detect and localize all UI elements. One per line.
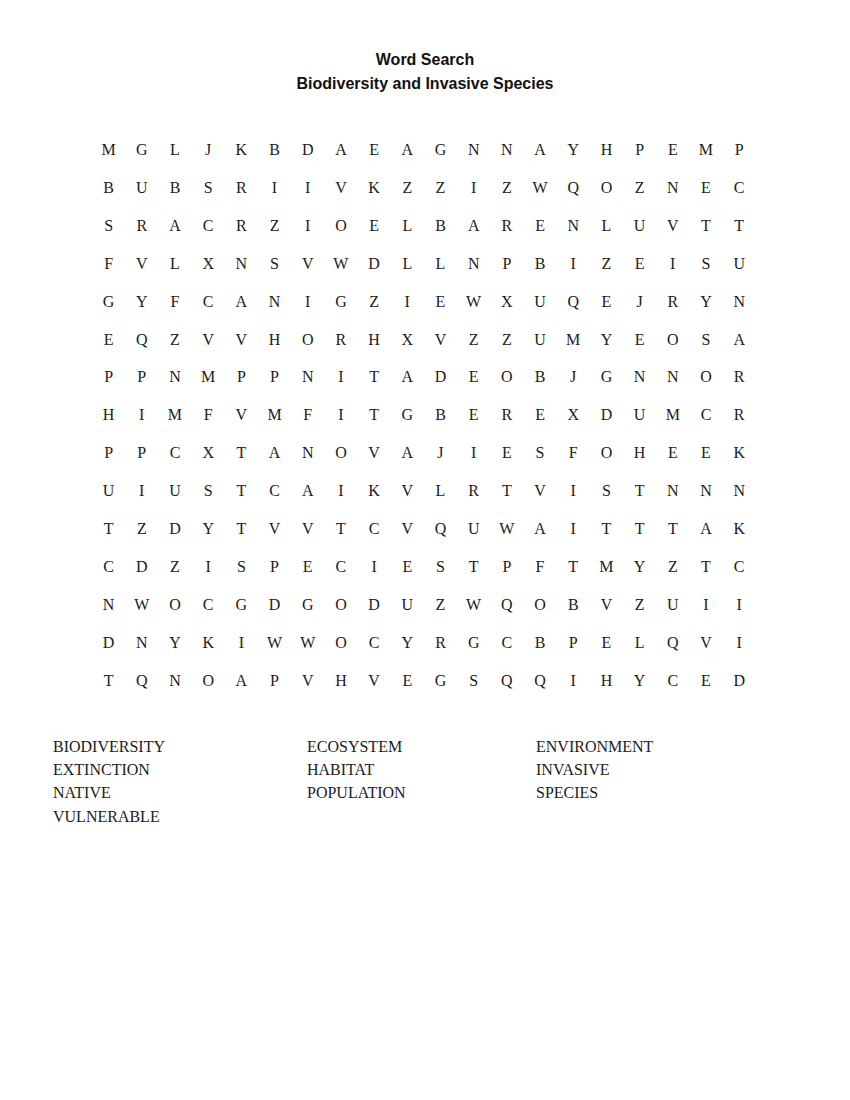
grid-cell-r9c10[interactable]: A bbox=[391, 434, 424, 472]
grid-cell-r6c4[interactable]: V bbox=[192, 321, 225, 359]
grid-cell-r10c2[interactable]: I bbox=[125, 472, 158, 510]
grid-cell-r5c6[interactable]: N bbox=[258, 283, 291, 321]
grid-cell-r3c6[interactable]: Z bbox=[258, 207, 291, 245]
grid-cell-r9c4[interactable]: X bbox=[192, 434, 225, 472]
grid-cell-r5c14[interactable]: U bbox=[523, 283, 556, 321]
grid-cell-r12c3[interactable]: Z bbox=[158, 548, 191, 586]
grid-cell-r8c15[interactable]: X bbox=[557, 396, 590, 434]
grid-cell-r7c9[interactable]: T bbox=[358, 359, 391, 397]
grid-cell-r3c4[interactable]: C bbox=[192, 207, 225, 245]
grid-cell-r5c9[interactable]: Z bbox=[358, 283, 391, 321]
grid-cell-r14c3[interactable]: Y bbox=[158, 624, 191, 662]
grid-cell-r14c12[interactable]: G bbox=[457, 624, 490, 662]
grid-cell-r7c16[interactable]: G bbox=[590, 359, 623, 397]
grid-cell-r15c10[interactable]: E bbox=[391, 662, 424, 700]
grid-cell-r7c20[interactable]: R bbox=[723, 359, 756, 397]
grid-cell-r11c13[interactable]: W bbox=[490, 510, 523, 548]
grid-cell-r10c12[interactable]: R bbox=[457, 472, 490, 510]
grid-cell-r4c17[interactable]: E bbox=[623, 245, 656, 283]
grid-cell-r3c20[interactable]: T bbox=[723, 207, 756, 245]
grid-cell-r9c8[interactable]: O bbox=[324, 434, 357, 472]
grid-cell-r1c6[interactable]: B bbox=[258, 131, 291, 169]
grid-cell-r13c14[interactable]: O bbox=[523, 586, 556, 624]
grid-cell-r13c3[interactable]: O bbox=[158, 586, 191, 624]
grid-cell-r5c16[interactable]: E bbox=[590, 283, 623, 321]
grid-cell-r7c13[interactable]: O bbox=[490, 359, 523, 397]
grid-cell-r3c3[interactable]: A bbox=[158, 207, 191, 245]
grid-cell-r5c3[interactable]: F bbox=[158, 283, 191, 321]
grid-cell-r6c2[interactable]: Q bbox=[125, 321, 158, 359]
grid-cell-r12c2[interactable]: D bbox=[125, 548, 158, 586]
grid-cell-r12c9[interactable]: I bbox=[358, 548, 391, 586]
grid-cell-r6c11[interactable]: V bbox=[424, 321, 457, 359]
grid-cell-r10c3[interactable]: U bbox=[158, 472, 191, 510]
grid-cell-r7c6[interactable]: P bbox=[258, 359, 291, 397]
grid-cell-r12c15[interactable]: T bbox=[557, 548, 590, 586]
grid-cell-r6c7[interactable]: O bbox=[291, 321, 324, 359]
grid-cell-r15c13[interactable]: Q bbox=[490, 662, 523, 700]
grid-cell-r2c14[interactable]: W bbox=[523, 169, 556, 207]
grid-cell-r11c8[interactable]: T bbox=[324, 510, 357, 548]
grid-cell-r10c5[interactable]: T bbox=[225, 472, 258, 510]
grid-cell-r9c7[interactable]: N bbox=[291, 434, 324, 472]
grid-cell-r13c18[interactable]: U bbox=[656, 586, 689, 624]
grid-cell-r3c10[interactable]: L bbox=[391, 207, 424, 245]
grid-cell-r9c14[interactable]: S bbox=[523, 434, 556, 472]
grid-cell-r8c9[interactable]: T bbox=[358, 396, 391, 434]
grid-cell-r2c5[interactable]: R bbox=[225, 169, 258, 207]
grid-cell-r14c19[interactable]: V bbox=[689, 624, 722, 662]
grid-cell-r2c12[interactable]: I bbox=[457, 169, 490, 207]
grid-cell-r10c10[interactable]: V bbox=[391, 472, 424, 510]
grid-cell-r11c10[interactable]: V bbox=[391, 510, 424, 548]
grid-cell-r9c17[interactable]: H bbox=[623, 434, 656, 472]
grid-cell-r6c10[interactable]: X bbox=[391, 321, 424, 359]
grid-cell-r11c17[interactable]: T bbox=[623, 510, 656, 548]
grid-cell-r13c9[interactable]: D bbox=[358, 586, 391, 624]
grid-cell-r8c16[interactable]: D bbox=[590, 396, 623, 434]
grid-cell-r6c18[interactable]: O bbox=[656, 321, 689, 359]
grid-cell-r9c16[interactable]: O bbox=[590, 434, 623, 472]
grid-cell-r15c4[interactable]: O bbox=[192, 662, 225, 700]
grid-cell-r15c20[interactable]: D bbox=[723, 662, 756, 700]
grid-cell-r10c20[interactable]: N bbox=[723, 472, 756, 510]
grid-cell-r6c8[interactable]: R bbox=[324, 321, 357, 359]
grid-cell-r4c20[interactable]: U bbox=[723, 245, 756, 283]
grid-cell-r5c10[interactable]: I bbox=[391, 283, 424, 321]
grid-cell-r11c4[interactable]: Y bbox=[192, 510, 225, 548]
grid-cell-r11c15[interactable]: I bbox=[557, 510, 590, 548]
grid-cell-r14c10[interactable]: Y bbox=[391, 624, 424, 662]
grid-cell-r15c11[interactable]: G bbox=[424, 662, 457, 700]
grid-cell-r11c14[interactable]: A bbox=[523, 510, 556, 548]
grid-cell-r6c20[interactable]: A bbox=[723, 321, 756, 359]
grid-cell-r3c17[interactable]: U bbox=[623, 207, 656, 245]
grid-cell-r1c17[interactable]: P bbox=[623, 131, 656, 169]
grid-cell-r12c20[interactable]: C bbox=[723, 548, 756, 586]
grid-cell-r4c18[interactable]: I bbox=[656, 245, 689, 283]
grid-cell-r13c4[interactable]: C bbox=[192, 586, 225, 624]
grid-cell-r15c17[interactable]: Y bbox=[623, 662, 656, 700]
grid-cell-r3c16[interactable]: L bbox=[590, 207, 623, 245]
grid-cell-r7c14[interactable]: B bbox=[523, 359, 556, 397]
grid-cell-r5c12[interactable]: W bbox=[457, 283, 490, 321]
grid-cell-r5c2[interactable]: Y bbox=[125, 283, 158, 321]
grid-cell-r11c12[interactable]: U bbox=[457, 510, 490, 548]
grid-cell-r6c1[interactable]: E bbox=[92, 321, 125, 359]
grid-cell-r14c7[interactable]: W bbox=[291, 624, 324, 662]
grid-cell-r14c15[interactable]: P bbox=[557, 624, 590, 662]
grid-cell-r4c19[interactable]: S bbox=[689, 245, 722, 283]
grid-cell-r6c16[interactable]: Y bbox=[590, 321, 623, 359]
grid-cell-r5c4[interactable]: C bbox=[192, 283, 225, 321]
grid-cell-r4c6[interactable]: S bbox=[258, 245, 291, 283]
grid-cell-r7c18[interactable]: N bbox=[656, 359, 689, 397]
grid-cell-r12c13[interactable]: P bbox=[490, 548, 523, 586]
grid-cell-r8c13[interactable]: R bbox=[490, 396, 523, 434]
grid-cell-r11c18[interactable]: T bbox=[656, 510, 689, 548]
grid-cell-r5c5[interactable]: A bbox=[225, 283, 258, 321]
grid-cell-r14c20[interactable]: I bbox=[723, 624, 756, 662]
grid-cell-r4c2[interactable]: V bbox=[125, 245, 158, 283]
grid-cell-r5c1[interactable]: G bbox=[92, 283, 125, 321]
grid-cell-r7c19[interactable]: O bbox=[689, 359, 722, 397]
grid-cell-r9c11[interactable]: J bbox=[424, 434, 457, 472]
grid-cell-r3c13[interactable]: R bbox=[490, 207, 523, 245]
grid-cell-r5c8[interactable]: G bbox=[324, 283, 357, 321]
grid-cell-r13c11[interactable]: Z bbox=[424, 586, 457, 624]
grid-cell-r7c5[interactable]: P bbox=[225, 359, 258, 397]
grid-cell-r13c1[interactable]: N bbox=[92, 586, 125, 624]
grid-cell-r2c10[interactable]: Z bbox=[391, 169, 424, 207]
grid-cell-r5c7[interactable]: I bbox=[291, 283, 324, 321]
grid-cell-r12c6[interactable]: P bbox=[258, 548, 291, 586]
grid-cell-r1c20[interactable]: P bbox=[723, 131, 756, 169]
grid-cell-r3c15[interactable]: N bbox=[557, 207, 590, 245]
grid-cell-r1c3[interactable]: L bbox=[158, 131, 191, 169]
grid-cell-r14c16[interactable]: E bbox=[590, 624, 623, 662]
grid-cell-r1c13[interactable]: N bbox=[490, 131, 523, 169]
grid-cell-r10c6[interactable]: C bbox=[258, 472, 291, 510]
grid-cell-r8c5[interactable]: V bbox=[225, 396, 258, 434]
grid-cell-r4c7[interactable]: V bbox=[291, 245, 324, 283]
grid-cell-r1c10[interactable]: A bbox=[391, 131, 424, 169]
grid-cell-r15c16[interactable]: H bbox=[590, 662, 623, 700]
grid-cell-r6c6[interactable]: H bbox=[258, 321, 291, 359]
grid-cell-r4c4[interactable]: X bbox=[192, 245, 225, 283]
grid-cell-r1c14[interactable]: A bbox=[523, 131, 556, 169]
grid-cell-r14c18[interactable]: Q bbox=[656, 624, 689, 662]
grid-cell-r8c20[interactable]: R bbox=[723, 396, 756, 434]
grid-cell-r4c1[interactable]: F bbox=[92, 245, 125, 283]
grid-cell-r6c14[interactable]: U bbox=[523, 321, 556, 359]
grid-cell-r13c5[interactable]: G bbox=[225, 586, 258, 624]
grid-cell-r4c11[interactable]: L bbox=[424, 245, 457, 283]
grid-cell-r8c2[interactable]: I bbox=[125, 396, 158, 434]
grid-cell-r14c4[interactable]: K bbox=[192, 624, 225, 662]
grid-cell-r7c11[interactable]: D bbox=[424, 359, 457, 397]
grid-cell-r7c12[interactable]: E bbox=[457, 359, 490, 397]
grid-cell-r2c16[interactable]: O bbox=[590, 169, 623, 207]
grid-cell-r4c5[interactable]: N bbox=[225, 245, 258, 283]
grid-cell-r12c18[interactable]: Z bbox=[656, 548, 689, 586]
grid-cell-r4c9[interactable]: D bbox=[358, 245, 391, 283]
grid-cell-r2c20[interactable]: C bbox=[723, 169, 756, 207]
grid-cell-r2c11[interactable]: Z bbox=[424, 169, 457, 207]
grid-cell-r5c18[interactable]: R bbox=[656, 283, 689, 321]
grid-cell-r9c9[interactable]: V bbox=[358, 434, 391, 472]
grid-cell-r9c6[interactable]: A bbox=[258, 434, 291, 472]
grid-cell-r10c7[interactable]: A bbox=[291, 472, 324, 510]
grid-cell-r15c9[interactable]: V bbox=[358, 662, 391, 700]
grid-cell-r12c1[interactable]: C bbox=[92, 548, 125, 586]
grid-cell-r12c4[interactable]: I bbox=[192, 548, 225, 586]
grid-cell-r13c6[interactable]: D bbox=[258, 586, 291, 624]
grid-cell-r1c8[interactable]: A bbox=[324, 131, 357, 169]
grid-cell-r1c19[interactable]: M bbox=[689, 131, 722, 169]
grid-cell-r1c7[interactable]: D bbox=[291, 131, 324, 169]
grid-cell-r10c18[interactable]: N bbox=[656, 472, 689, 510]
grid-cell-r14c13[interactable]: C bbox=[490, 624, 523, 662]
grid-cell-r15c2[interactable]: Q bbox=[125, 662, 158, 700]
grid-cell-r13c17[interactable]: Z bbox=[623, 586, 656, 624]
grid-cell-r1c12[interactable]: N bbox=[457, 131, 490, 169]
grid-cell-r9c2[interactable]: P bbox=[125, 434, 158, 472]
grid-cell-r1c1[interactable]: M bbox=[92, 131, 125, 169]
grid-cell-r10c19[interactable]: N bbox=[689, 472, 722, 510]
grid-cell-r2c2[interactable]: U bbox=[125, 169, 158, 207]
grid-cell-r9c13[interactable]: E bbox=[490, 434, 523, 472]
grid-cell-r13c16[interactable]: V bbox=[590, 586, 623, 624]
grid-cell-r7c10[interactable]: A bbox=[391, 359, 424, 397]
grid-cell-r3c19[interactable]: T bbox=[689, 207, 722, 245]
grid-cell-r2c7[interactable]: I bbox=[291, 169, 324, 207]
grid-cell-r2c8[interactable]: V bbox=[324, 169, 357, 207]
grid-cell-r3c11[interactable]: B bbox=[424, 207, 457, 245]
grid-cell-r8c1[interactable]: H bbox=[92, 396, 125, 434]
grid-cell-r3c9[interactable]: E bbox=[358, 207, 391, 245]
grid-cell-r6c15[interactable]: M bbox=[557, 321, 590, 359]
grid-cell-r5c19[interactable]: Y bbox=[689, 283, 722, 321]
grid-cell-r8c17[interactable]: U bbox=[623, 396, 656, 434]
grid-cell-r3c5[interactable]: R bbox=[225, 207, 258, 245]
grid-cell-r15c6[interactable]: P bbox=[258, 662, 291, 700]
grid-cell-r9c18[interactable]: E bbox=[656, 434, 689, 472]
grid-cell-r15c14[interactable]: Q bbox=[523, 662, 556, 700]
grid-cell-r14c17[interactable]: L bbox=[623, 624, 656, 662]
grid-cell-r7c17[interactable]: N bbox=[623, 359, 656, 397]
grid-cell-r14c2[interactable]: N bbox=[125, 624, 158, 662]
grid-cell-r13c7[interactable]: G bbox=[291, 586, 324, 624]
grid-cell-r11c9[interactable]: C bbox=[358, 510, 391, 548]
grid-cell-r11c16[interactable]: T bbox=[590, 510, 623, 548]
grid-cell-r9c3[interactable]: C bbox=[158, 434, 191, 472]
grid-cell-r14c9[interactable]: C bbox=[358, 624, 391, 662]
grid-cell-r2c13[interactable]: Z bbox=[490, 169, 523, 207]
grid-cell-r14c8[interactable]: O bbox=[324, 624, 357, 662]
grid-cell-r1c18[interactable]: E bbox=[656, 131, 689, 169]
grid-cell-r10c9[interactable]: K bbox=[358, 472, 391, 510]
grid-cell-r8c8[interactable]: I bbox=[324, 396, 357, 434]
grid-cell-r10c1[interactable]: U bbox=[92, 472, 125, 510]
grid-cell-r3c8[interactable]: O bbox=[324, 207, 357, 245]
grid-cell-r7c7[interactable]: N bbox=[291, 359, 324, 397]
grid-cell-r8c3[interactable]: M bbox=[158, 396, 191, 434]
grid-cell-r8c11[interactable]: B bbox=[424, 396, 457, 434]
grid-cell-r1c11[interactable]: G bbox=[424, 131, 457, 169]
grid-cell-r2c15[interactable]: Q bbox=[557, 169, 590, 207]
grid-cell-r5c13[interactable]: X bbox=[490, 283, 523, 321]
grid-cell-r4c12[interactable]: N bbox=[457, 245, 490, 283]
grid-cell-r8c14[interactable]: E bbox=[523, 396, 556, 434]
grid-cell-r11c6[interactable]: V bbox=[258, 510, 291, 548]
grid-cell-r2c3[interactable]: B bbox=[158, 169, 191, 207]
grid-cell-r13c8[interactable]: O bbox=[324, 586, 357, 624]
grid-cell-r3c7[interactable]: I bbox=[291, 207, 324, 245]
grid-cell-r2c1[interactable]: B bbox=[92, 169, 125, 207]
grid-cell-r1c4[interactable]: J bbox=[192, 131, 225, 169]
grid-cell-r15c7[interactable]: V bbox=[291, 662, 324, 700]
grid-cell-r6c5[interactable]: V bbox=[225, 321, 258, 359]
grid-cell-r11c7[interactable]: V bbox=[291, 510, 324, 548]
grid-cell-r3c2[interactable]: R bbox=[125, 207, 158, 245]
grid-cell-r4c13[interactable]: P bbox=[490, 245, 523, 283]
grid-cell-r7c4[interactable]: M bbox=[192, 359, 225, 397]
grid-cell-r14c5[interactable]: I bbox=[225, 624, 258, 662]
grid-cell-r13c20[interactable]: I bbox=[723, 586, 756, 624]
grid-cell-r12c17[interactable]: Y bbox=[623, 548, 656, 586]
grid-cell-r9c5[interactable]: T bbox=[225, 434, 258, 472]
grid-cell-r11c5[interactable]: T bbox=[225, 510, 258, 548]
grid-cell-r13c15[interactable]: B bbox=[557, 586, 590, 624]
grid-cell-r15c12[interactable]: S bbox=[457, 662, 490, 700]
grid-cell-r11c20[interactable]: K bbox=[723, 510, 756, 548]
grid-cell-r8c6[interactable]: M bbox=[258, 396, 291, 434]
grid-cell-r12c11[interactable]: S bbox=[424, 548, 457, 586]
grid-cell-r9c15[interactable]: F bbox=[557, 434, 590, 472]
grid-cell-r7c8[interactable]: I bbox=[324, 359, 357, 397]
grid-cell-r2c6[interactable]: I bbox=[258, 169, 291, 207]
grid-cell-r10c14[interactable]: V bbox=[523, 472, 556, 510]
grid-cell-r1c15[interactable]: Y bbox=[557, 131, 590, 169]
grid-cell-r5c17[interactable]: J bbox=[623, 283, 656, 321]
grid-cell-r11c1[interactable]: T bbox=[92, 510, 125, 548]
grid-cell-r14c14[interactable]: B bbox=[523, 624, 556, 662]
grid-cell-r9c20[interactable]: K bbox=[723, 434, 756, 472]
grid-cell-r2c17[interactable]: Z bbox=[623, 169, 656, 207]
grid-cell-r13c2[interactable]: W bbox=[125, 586, 158, 624]
grid-cell-r12c8[interactable]: C bbox=[324, 548, 357, 586]
grid-cell-r10c8[interactable]: I bbox=[324, 472, 357, 510]
grid-cell-r7c3[interactable]: N bbox=[158, 359, 191, 397]
grid-cell-r11c19[interactable]: A bbox=[689, 510, 722, 548]
grid-cell-r10c16[interactable]: S bbox=[590, 472, 623, 510]
grid-cell-r8c18[interactable]: M bbox=[656, 396, 689, 434]
grid-cell-r12c12[interactable]: T bbox=[457, 548, 490, 586]
grid-cell-r11c2[interactable]: Z bbox=[125, 510, 158, 548]
grid-cell-r14c1[interactable]: D bbox=[92, 624, 125, 662]
grid-cell-r4c3[interactable]: L bbox=[158, 245, 191, 283]
grid-cell-r6c19[interactable]: S bbox=[689, 321, 722, 359]
grid-cell-r8c7[interactable]: F bbox=[291, 396, 324, 434]
grid-cell-r2c19[interactable]: E bbox=[689, 169, 722, 207]
grid-cell-r11c11[interactable]: Q bbox=[424, 510, 457, 548]
grid-cell-r9c1[interactable]: P bbox=[92, 434, 125, 472]
grid-cell-r15c19[interactable]: E bbox=[689, 662, 722, 700]
grid-cell-r8c19[interactable]: C bbox=[689, 396, 722, 434]
grid-cell-r3c18[interactable]: V bbox=[656, 207, 689, 245]
grid-cell-r1c9[interactable]: E bbox=[358, 131, 391, 169]
grid-cell-r2c4[interactable]: S bbox=[192, 169, 225, 207]
grid-cell-r12c14[interactable]: F bbox=[523, 548, 556, 586]
grid-cell-r1c2[interactable]: G bbox=[125, 131, 158, 169]
grid-cell-r15c18[interactable]: C bbox=[656, 662, 689, 700]
grid-cell-r10c13[interactable]: T bbox=[490, 472, 523, 510]
grid-cell-r4c16[interactable]: Z bbox=[590, 245, 623, 283]
grid-cell-r15c15[interactable]: I bbox=[557, 662, 590, 700]
grid-cell-r13c12[interactable]: W bbox=[457, 586, 490, 624]
grid-cell-r15c3[interactable]: N bbox=[158, 662, 191, 700]
grid-cell-r14c11[interactable]: R bbox=[424, 624, 457, 662]
grid-cell-r2c9[interactable]: K bbox=[358, 169, 391, 207]
grid-cell-r10c11[interactable]: L bbox=[424, 472, 457, 510]
grid-cell-r1c16[interactable]: H bbox=[590, 131, 623, 169]
grid-cell-r13c13[interactable]: Q bbox=[490, 586, 523, 624]
grid-cell-r10c15[interactable]: I bbox=[557, 472, 590, 510]
grid-cell-r7c1[interactable]: P bbox=[92, 359, 125, 397]
grid-cell-r9c12[interactable]: I bbox=[457, 434, 490, 472]
grid-cell-r4c15[interactable]: I bbox=[557, 245, 590, 283]
grid-cell-r3c1[interactable]: S bbox=[92, 207, 125, 245]
grid-cell-r7c2[interactable]: P bbox=[125, 359, 158, 397]
grid-cell-r3c12[interactable]: A bbox=[457, 207, 490, 245]
grid-cell-r12c5[interactable]: S bbox=[225, 548, 258, 586]
grid-cell-r15c1[interactable]: T bbox=[92, 662, 125, 700]
grid-cell-r6c3[interactable]: Z bbox=[158, 321, 191, 359]
grid-cell-r13c19[interactable]: I bbox=[689, 586, 722, 624]
grid-cell-r6c9[interactable]: H bbox=[358, 321, 391, 359]
grid-cell-r5c20[interactable]: N bbox=[723, 283, 756, 321]
grid-cell-r8c4[interactable]: F bbox=[192, 396, 225, 434]
grid-cell-r15c5[interactable]: A bbox=[225, 662, 258, 700]
grid-cell-r6c12[interactable]: Z bbox=[457, 321, 490, 359]
grid-cell-r5c11[interactable]: E bbox=[424, 283, 457, 321]
grid-cell-r14c6[interactable]: W bbox=[258, 624, 291, 662]
grid-cell-r12c16[interactable]: M bbox=[590, 548, 623, 586]
grid-cell-r10c4[interactable]: S bbox=[192, 472, 225, 510]
grid-cell-r1c5[interactable]: K bbox=[225, 131, 258, 169]
grid-cell-r10c17[interactable]: T bbox=[623, 472, 656, 510]
grid-cell-r9c19[interactable]: E bbox=[689, 434, 722, 472]
grid-cell-r4c8[interactable]: W bbox=[324, 245, 357, 283]
grid-cell-r5c15[interactable]: Q bbox=[557, 283, 590, 321]
grid-cell-r8c12[interactable]: E bbox=[457, 396, 490, 434]
grid-cell-r4c10[interactable]: L bbox=[391, 245, 424, 283]
grid-cell-r11c3[interactable]: D bbox=[158, 510, 191, 548]
grid-cell-r6c17[interactable]: E bbox=[623, 321, 656, 359]
grid-cell-r12c10[interactable]: E bbox=[391, 548, 424, 586]
grid-cell-r12c19[interactable]: T bbox=[689, 548, 722, 586]
grid-cell-r12c7[interactable]: E bbox=[291, 548, 324, 586]
grid-cell-r15c8[interactable]: H bbox=[324, 662, 357, 700]
grid-cell-r3c14[interactable]: E bbox=[523, 207, 556, 245]
grid-cell-r8c10[interactable]: G bbox=[391, 396, 424, 434]
grid-cell-r7c15[interactable]: J bbox=[557, 359, 590, 397]
grid-cell-r4c14[interactable]: B bbox=[523, 245, 556, 283]
grid-cell-r6c13[interactable]: Z bbox=[490, 321, 523, 359]
grid-cell-r13c10[interactable]: U bbox=[391, 586, 424, 624]
grid-cell-r2c18[interactable]: N bbox=[656, 169, 689, 207]
